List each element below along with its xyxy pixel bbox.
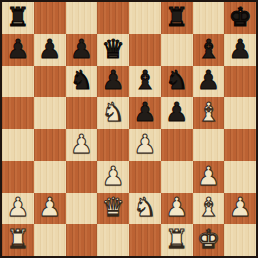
square-a3[interactable] [2,161,34,193]
square-e5[interactable]: ♟ [129,97,161,129]
chess-board: ♜♜♚♟♟♟♛♝♟♞♟♝♞♟♞♟♟♝♟♟♟♟♟♟♛♞♟♝♟♜♜♚ [2,2,256,256]
piece-black-pawn-d6[interactable]: ♟ [101,67,124,93]
square-e6[interactable]: ♝ [129,66,161,98]
square-d4[interactable] [97,129,129,161]
square-d7[interactable]: ♛ [97,34,129,66]
square-b4[interactable] [34,129,66,161]
piece-white-pawn-b2[interactable]: ♟ [38,194,61,220]
piece-white-bishop-g2[interactable]: ♝ [197,194,220,220]
square-f6[interactable]: ♞ [161,66,193,98]
square-f8[interactable]: ♜ [161,2,193,34]
square-b2[interactable]: ♟ [34,193,66,225]
square-b5[interactable] [34,97,66,129]
piece-white-pawn-h2[interactable]: ♟ [228,194,251,220]
square-c3[interactable] [66,161,98,193]
square-g8[interactable] [193,2,225,34]
piece-white-bishop-g5[interactable]: ♝ [197,99,220,125]
square-e4[interactable]: ♟ [129,129,161,161]
piece-black-knight-f6[interactable]: ♞ [165,67,188,93]
square-h2[interactable]: ♟ [224,193,256,225]
piece-black-pawn-a7[interactable]: ♟ [6,36,29,62]
square-h6[interactable] [224,66,256,98]
piece-black-queen-d7[interactable]: ♛ [101,36,124,62]
square-d2[interactable]: ♛ [97,193,129,225]
piece-white-rook-a1[interactable]: ♜ [6,226,29,252]
square-g5[interactable]: ♝ [193,97,225,129]
square-c7[interactable]: ♟ [66,34,98,66]
square-e7[interactable] [129,34,161,66]
square-h8[interactable]: ♚ [224,2,256,34]
square-a6[interactable] [2,66,34,98]
square-c5[interactable] [66,97,98,129]
piece-white-pawn-f2[interactable]: ♟ [165,194,188,220]
square-e8[interactable] [129,2,161,34]
square-a8[interactable]: ♜ [2,2,34,34]
square-d8[interactable] [97,2,129,34]
square-b6[interactable] [34,66,66,98]
piece-white-knight-e2[interactable]: ♞ [133,194,156,220]
square-g1[interactable]: ♚ [193,224,225,256]
square-h4[interactable] [224,129,256,161]
square-h5[interactable] [224,97,256,129]
square-h3[interactable] [224,161,256,193]
square-g2[interactable]: ♝ [193,193,225,225]
square-g6[interactable]: ♟ [193,66,225,98]
square-f1[interactable]: ♜ [161,224,193,256]
square-e1[interactable] [129,224,161,256]
piece-black-pawn-c7[interactable]: ♟ [70,36,93,62]
square-d1[interactable] [97,224,129,256]
piece-white-pawn-e4[interactable]: ♟ [133,131,156,157]
piece-white-pawn-c4[interactable]: ♟ [70,131,93,157]
square-c8[interactable] [66,2,98,34]
square-d3[interactable]: ♟ [97,161,129,193]
piece-black-rook-a8[interactable]: ♜ [6,4,29,30]
piece-white-queen-d2[interactable]: ♛ [101,194,124,220]
square-h1[interactable] [224,224,256,256]
square-e3[interactable] [129,161,161,193]
piece-black-bishop-e6[interactable]: ♝ [133,67,156,93]
square-d5[interactable]: ♞ [97,97,129,129]
piece-black-king-h8[interactable]: ♚ [228,4,251,30]
square-h7[interactable]: ♟ [224,34,256,66]
square-b3[interactable] [34,161,66,193]
piece-black-knight-c6[interactable]: ♞ [70,67,93,93]
square-f5[interactable]: ♟ [161,97,193,129]
square-a2[interactable]: ♟ [2,193,34,225]
square-a4[interactable] [2,129,34,161]
square-g7[interactable]: ♝ [193,34,225,66]
piece-black-pawn-g6[interactable]: ♟ [197,67,220,93]
square-d6[interactable]: ♟ [97,66,129,98]
square-b8[interactable] [34,2,66,34]
square-c4[interactable]: ♟ [66,129,98,161]
square-b1[interactable] [34,224,66,256]
piece-white-knight-d5[interactable]: ♞ [101,99,124,125]
square-g3[interactable]: ♟ [193,161,225,193]
piece-white-pawn-a2[interactable]: ♟ [6,194,29,220]
square-c1[interactable] [66,224,98,256]
piece-white-pawn-g3[interactable]: ♟ [197,163,220,189]
piece-white-king-g1[interactable]: ♚ [197,226,220,252]
square-e2[interactable]: ♞ [129,193,161,225]
square-c6[interactable]: ♞ [66,66,98,98]
piece-white-pawn-d3[interactable]: ♟ [101,163,124,189]
square-f2[interactable]: ♟ [161,193,193,225]
piece-black-pawn-e5[interactable]: ♟ [133,99,156,125]
square-f7[interactable] [161,34,193,66]
square-g4[interactable] [193,129,225,161]
square-c2[interactable] [66,193,98,225]
square-a1[interactable]: ♜ [2,224,34,256]
square-f4[interactable] [161,129,193,161]
square-b7[interactable]: ♟ [34,34,66,66]
square-f3[interactable] [161,161,193,193]
square-a5[interactable] [2,97,34,129]
piece-black-rook-f8[interactable]: ♜ [165,4,188,30]
piece-black-pawn-h7[interactable]: ♟ [228,36,251,62]
piece-black-pawn-b7[interactable]: ♟ [38,36,61,62]
piece-black-bishop-g7[interactable]: ♝ [197,36,220,62]
square-a7[interactable]: ♟ [2,34,34,66]
piece-black-pawn-f5[interactable]: ♟ [165,99,188,125]
piece-white-rook-f1[interactable]: ♜ [165,226,188,252]
board-frame: ♜♜♚♟♟♟♛♝♟♞♟♝♞♟♞♟♟♝♟♟♟♟♟♟♛♞♟♝♟♜♜♚ [0,0,258,258]
